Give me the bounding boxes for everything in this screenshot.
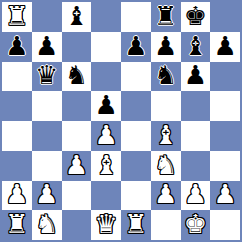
square-d2[interactable]: [91, 181, 121, 211]
square-a1[interactable]: ♜: [2, 210, 32, 240]
square-a4[interactable]: [2, 121, 32, 151]
square-d1[interactable]: ♛: [91, 210, 121, 240]
square-c7[interactable]: [62, 32, 92, 62]
white-pawn-icon: ♟: [94, 122, 117, 148]
square-h1[interactable]: [210, 210, 240, 240]
square-b4[interactable]: [32, 121, 62, 151]
white-knight-icon: ♞: [35, 211, 58, 237]
square-f1[interactable]: [151, 210, 181, 240]
square-c3[interactable]: ♟: [62, 151, 92, 181]
square-a6[interactable]: [2, 62, 32, 92]
square-g2[interactable]: ♟: [181, 181, 211, 211]
square-b5[interactable]: [32, 91, 62, 121]
square-f4[interactable]: ♝: [151, 121, 181, 151]
square-g8[interactable]: ♚: [181, 2, 211, 32]
square-g1[interactable]: ♚: [181, 210, 211, 240]
square-d4[interactable]: ♟: [91, 121, 121, 151]
square-d7[interactable]: [91, 32, 121, 62]
square-g6[interactable]: ♟: [181, 62, 211, 92]
square-d5[interactable]: ♟: [91, 91, 121, 121]
square-g4[interactable]: [181, 121, 211, 151]
square-h5[interactable]: [210, 91, 240, 121]
square-a8[interactable]: ♜: [2, 2, 32, 32]
square-d6[interactable]: [91, 62, 121, 92]
white-king-icon: ♚: [184, 211, 207, 237]
square-d8[interactable]: [91, 2, 121, 32]
black-bishop-icon: ♝: [184, 33, 207, 59]
square-e8[interactable]: [121, 2, 151, 32]
square-e2[interactable]: [121, 181, 151, 211]
square-c2[interactable]: [62, 181, 92, 211]
square-b6[interactable]: ♛: [32, 62, 62, 92]
white-pawn-icon: ♟: [213, 181, 236, 207]
square-f2[interactable]: ♟: [151, 181, 181, 211]
black-king-icon: ♚: [184, 3, 207, 29]
square-h2[interactable]: ♟: [210, 181, 240, 211]
black-pawn-icon: ♟: [154, 33, 177, 59]
square-a2[interactable]: ♟: [2, 181, 32, 211]
square-c6[interactable]: ♞: [62, 62, 92, 92]
square-a7[interactable]: ♟: [2, 32, 32, 62]
black-bishop-icon: ♝: [65, 3, 88, 29]
square-b1[interactable]: ♞: [32, 210, 62, 240]
black-pawn-icon: ♟: [94, 92, 117, 118]
square-g3[interactable]: [181, 151, 211, 181]
white-rook-icon: ♜: [5, 3, 28, 29]
square-a3[interactable]: [2, 151, 32, 181]
white-pawn-icon: ♟: [5, 181, 28, 207]
square-d3[interactable]: ♝: [91, 151, 121, 181]
white-bishop-icon: ♝: [94, 152, 117, 178]
square-g7[interactable]: ♝: [181, 32, 211, 62]
square-f5[interactable]: [151, 91, 181, 121]
black-knight-icon: ♞: [154, 62, 177, 88]
black-pawn-icon: ♟: [35, 33, 58, 59]
square-b8[interactable]: [32, 2, 62, 32]
square-b7[interactable]: ♟: [32, 32, 62, 62]
square-b2[interactable]: ♟: [32, 181, 62, 211]
square-f7[interactable]: ♟: [151, 32, 181, 62]
white-queen-icon: ♛: [94, 211, 117, 237]
square-b3[interactable]: [32, 151, 62, 181]
square-e1[interactable]: ♜: [121, 210, 151, 240]
white-bishop-icon: ♝: [154, 122, 177, 148]
square-h7[interactable]: ♟: [210, 32, 240, 62]
square-a5[interactable]: [2, 91, 32, 121]
black-pawn-icon: ♟: [184, 62, 207, 88]
black-pawn-icon: ♟: [5, 33, 28, 59]
white-pawn-icon: ♟: [65, 152, 88, 178]
black-pawn-icon: ♟: [213, 33, 236, 59]
white-knight-icon: ♞: [154, 152, 177, 178]
square-e3[interactable]: [121, 151, 151, 181]
white-rook-icon: ♜: [124, 211, 147, 237]
white-pawn-icon: ♟: [154, 181, 177, 207]
white-pawn-icon: ♟: [184, 181, 207, 207]
square-e4[interactable]: [121, 121, 151, 151]
square-c1[interactable]: [62, 210, 92, 240]
square-f6[interactable]: ♞: [151, 62, 181, 92]
black-queen-icon: ♛: [35, 62, 58, 88]
black-rook-icon: ♜: [154, 3, 177, 29]
square-g5[interactable]: [181, 91, 211, 121]
chess-board: ♜♝♜♚♟♟♟♟♝♟♛♞♞♟♟♟♝♟♝♞♟♟♟♟♟♜♞♛♜♚: [0, 0, 242, 242]
square-c5[interactable]: [62, 91, 92, 121]
square-h6[interactable]: [210, 62, 240, 92]
square-h4[interactable]: [210, 121, 240, 151]
square-e5[interactable]: [121, 91, 151, 121]
square-e7[interactable]: ♟: [121, 32, 151, 62]
white-rook-icon: ♜: [5, 211, 28, 237]
square-h3[interactable]: [210, 151, 240, 181]
black-knight-icon: ♞: [65, 62, 88, 88]
square-c4[interactable]: [62, 121, 92, 151]
square-c8[interactable]: ♝: [62, 2, 92, 32]
black-pawn-icon: ♟: [124, 33, 147, 59]
square-e6[interactable]: [121, 62, 151, 92]
white-pawn-icon: ♟: [35, 181, 58, 207]
square-f8[interactable]: ♜: [151, 2, 181, 32]
square-f3[interactable]: ♞: [151, 151, 181, 181]
square-h8[interactable]: [210, 2, 240, 32]
